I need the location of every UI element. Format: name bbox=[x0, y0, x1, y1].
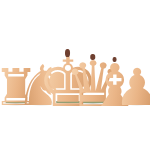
pawn-glyph: ♟ bbox=[114, 58, 150, 117]
chess-piece-pawn: ♟ bbox=[114, 62, 150, 113]
chess-pieces-photo: ♜ ♞ ♚ ♛ ♝ ♟ bbox=[0, 0, 150, 150]
